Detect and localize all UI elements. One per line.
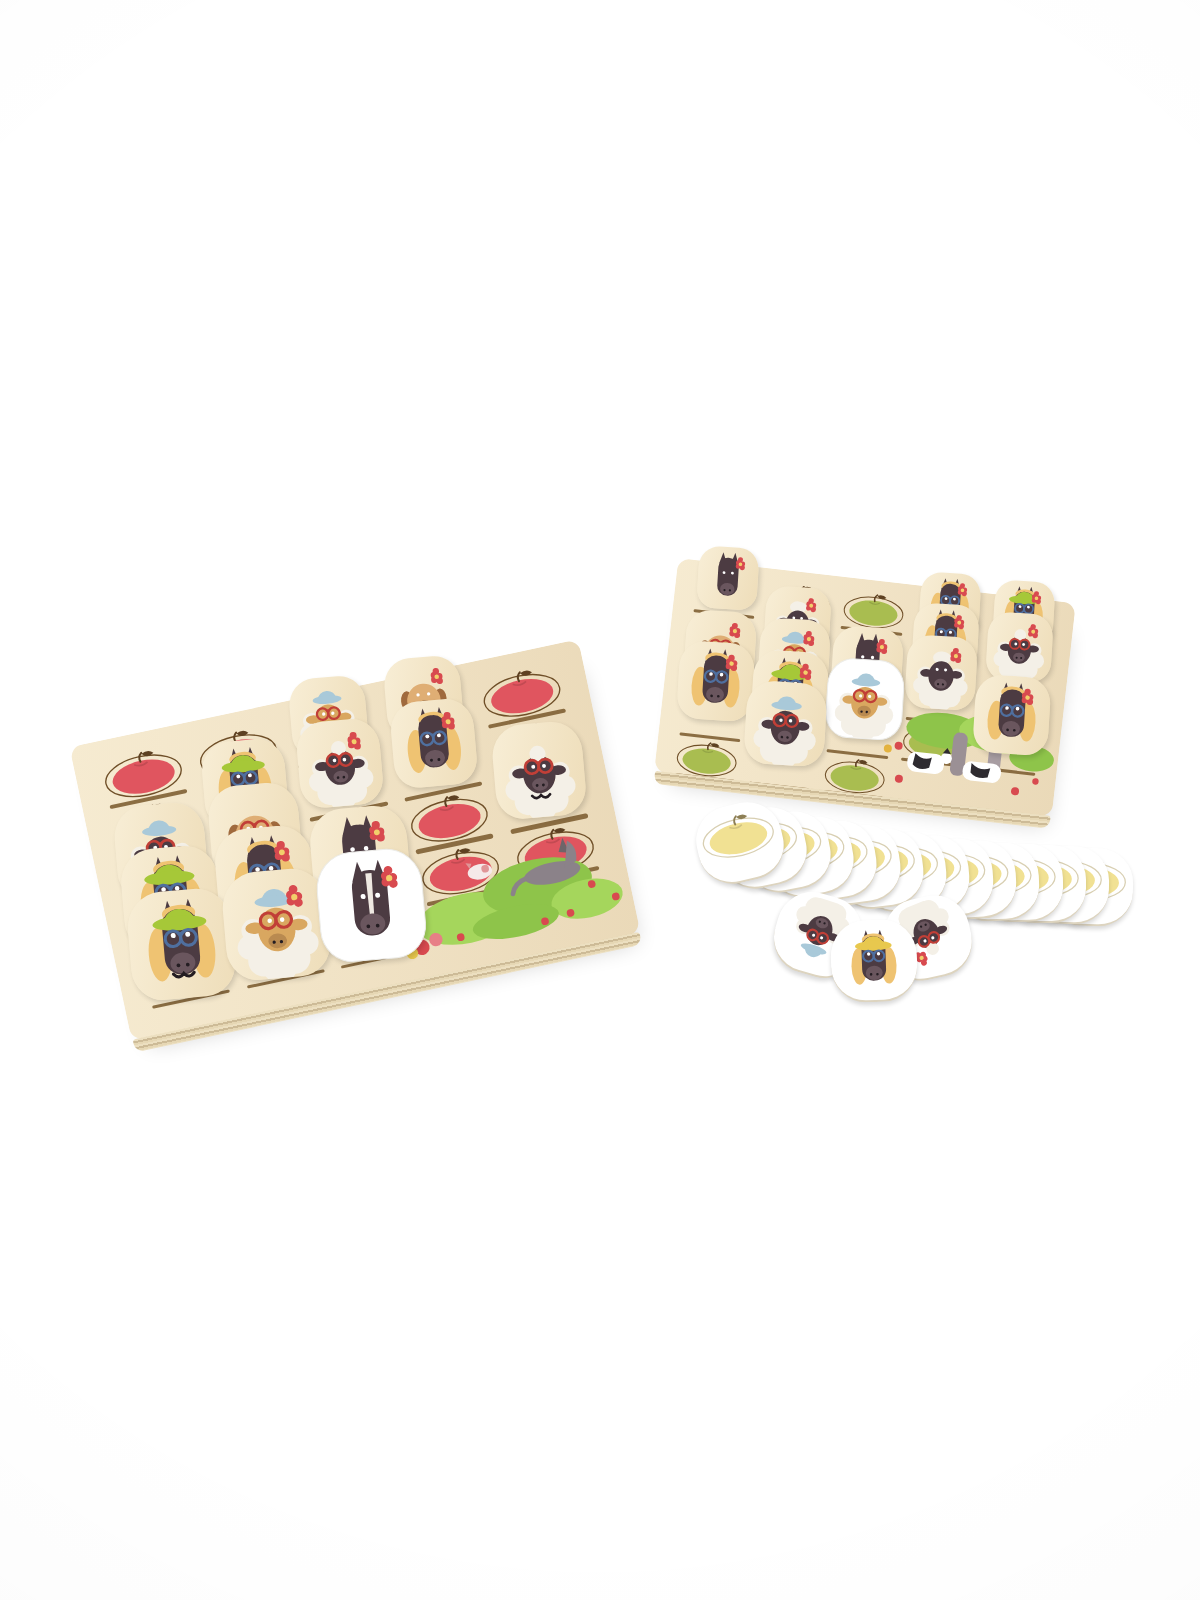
- product-photo-scene: [0, 0, 1200, 1600]
- animal-face: [490, 720, 588, 821]
- animal-face: [696, 546, 760, 612]
- animal-face: [125, 886, 238, 1003]
- apple-print: [694, 804, 781, 866]
- tile-horse-dark-flower: [696, 546, 760, 612]
- tile-horse-green-hat-mustache: [125, 886, 238, 1003]
- slot-cut: [748, 782, 809, 792]
- tile-horse-blonde: [972, 674, 1052, 756]
- animal-face: [985, 611, 1054, 682]
- tile-sheep-blue-hat-flower: [219, 866, 332, 983]
- card-sheep-card: [824, 657, 906, 742]
- animal-face: [972, 674, 1052, 756]
- tile-horse-blonde: [676, 640, 756, 722]
- tile-horse-blonde: [389, 697, 479, 790]
- animal-face: [389, 697, 479, 790]
- animal-face: [315, 847, 428, 964]
- tile-sheep-dark-flower: [904, 634, 978, 711]
- animal-face: [676, 640, 756, 722]
- face-card-horse-yellow-hat: [830, 919, 919, 1004]
- tile-sheep-blue-hat-glasses: [743, 680, 828, 768]
- animal-face: [825, 658, 905, 740]
- apple-print: [670, 735, 744, 781]
- face-card-art: [830, 919, 919, 1002]
- animal-face: [294, 717, 384, 810]
- animal-face: [219, 866, 332, 983]
- animal-face: [743, 680, 828, 768]
- tile-sheep-glasses-mustache: [490, 720, 588, 821]
- animal-face: [835, 923, 913, 996]
- card-horse-card: [314, 846, 429, 965]
- tile-sheep-flower: [294, 717, 384, 810]
- tile-sheep-flower: [985, 611, 1054, 682]
- animal-face: [904, 634, 978, 711]
- slot-r4c0: [668, 734, 747, 783]
